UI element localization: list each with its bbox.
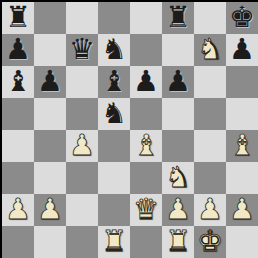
square-b2[interactable]: ♟: [34, 194, 66, 226]
black-pawn-piece-b6: ♟: [37, 66, 63, 97]
square-c7[interactable]: ♛: [66, 34, 98, 66]
square-a7[interactable]: ♟: [2, 34, 34, 66]
square-b5[interactable]: [34, 98, 66, 130]
white-knight-piece-f3: ♞: [165, 162, 191, 193]
square-a8[interactable]: ♜: [2, 2, 34, 34]
black-bishop-piece-a6: ♝: [5, 66, 31, 97]
square-g2[interactable]: ♟: [194, 194, 226, 226]
black-pawn-piece-a7: ♟: [5, 34, 31, 65]
square-h3[interactable]: [226, 162, 258, 194]
white-rook-piece-d1: ♜: [101, 226, 127, 257]
square-d1[interactable]: ♜: [98, 226, 130, 258]
white-bishop-piece-h4: ♝: [229, 130, 255, 161]
square-c1[interactable]: [66, 226, 98, 258]
square-a1[interactable]: [2, 226, 34, 258]
square-e3[interactable]: [130, 162, 162, 194]
square-g1[interactable]: ♚: [194, 226, 226, 258]
square-c4[interactable]: ♟: [66, 130, 98, 162]
square-a3[interactable]: [2, 162, 34, 194]
square-e4[interactable]: ♝: [130, 130, 162, 162]
square-c8[interactable]: [66, 2, 98, 34]
square-e2[interactable]: ♛: [130, 194, 162, 226]
white-pawn-piece-h2: ♟: [229, 194, 255, 225]
black-knight-piece-d7: ♞: [101, 34, 127, 65]
square-f8[interactable]: ♜: [162, 2, 194, 34]
square-h2[interactable]: ♟: [226, 194, 258, 226]
square-e6[interactable]: ♟: [130, 66, 162, 98]
square-g5[interactable]: [194, 98, 226, 130]
square-h5[interactable]: [226, 98, 258, 130]
black-rook-piece-a8: ♜: [5, 2, 31, 33]
chess-board: ♜♜♚♟♛♞♞♟♝♟♝♟♟♞♟♝♝♞♟♟♛♟♟♟♜♜♚: [0, 0, 258, 258]
square-e8[interactable]: [130, 2, 162, 34]
square-c6[interactable]: [66, 66, 98, 98]
white-pawn-piece-c4: ♟: [69, 130, 95, 161]
square-d4[interactable]: [98, 130, 130, 162]
black-queen-piece-c7: ♛: [69, 34, 95, 65]
square-f1[interactable]: ♜: [162, 226, 194, 258]
square-d8[interactable]: [98, 2, 130, 34]
square-f4[interactable]: [162, 130, 194, 162]
square-b8[interactable]: [34, 2, 66, 34]
white-bishop-piece-e4: ♝: [133, 130, 159, 161]
black-pawn-piece-e6: ♟: [133, 66, 159, 97]
square-f7[interactable]: [162, 34, 194, 66]
square-h7[interactable]: ♟: [226, 34, 258, 66]
square-d3[interactable]: [98, 162, 130, 194]
square-d2[interactable]: [98, 194, 130, 226]
square-g6[interactable]: [194, 66, 226, 98]
square-b4[interactable]: [34, 130, 66, 162]
square-h1[interactable]: [226, 226, 258, 258]
square-b3[interactable]: [34, 162, 66, 194]
chess-app-window: ♜♜♚♟♛♞♞♟♝♟♝♟♟♞♟♝♝♞♟♟♛♟♟♟♜♜♚: [0, 0, 258, 258]
square-c3[interactable]: [66, 162, 98, 194]
square-b1[interactable]: [34, 226, 66, 258]
square-f3[interactable]: ♞: [162, 162, 194, 194]
square-c5[interactable]: [66, 98, 98, 130]
square-g4[interactable]: [194, 130, 226, 162]
square-h8[interactable]: ♚: [226, 2, 258, 34]
square-g3[interactable]: [194, 162, 226, 194]
black-pawn-piece-f6: ♟: [165, 66, 191, 97]
square-f2[interactable]: ♟: [162, 194, 194, 226]
square-b6[interactable]: ♟: [34, 66, 66, 98]
square-f5[interactable]: [162, 98, 194, 130]
square-d6[interactable]: ♝: [98, 66, 130, 98]
black-pawn-piece-h7: ♟: [229, 34, 255, 65]
square-a6[interactable]: ♝: [2, 66, 34, 98]
black-knight-piece-d5: ♞: [101, 98, 127, 129]
white-pawn-piece-a2: ♟: [5, 194, 31, 225]
square-h6[interactable]: [226, 66, 258, 98]
white-pawn-piece-g2: ♟: [197, 194, 223, 225]
white-pawn-piece-f2: ♟: [165, 194, 191, 225]
white-rook-piece-f1: ♜: [165, 226, 191, 257]
square-c2[interactable]: [66, 194, 98, 226]
square-e1[interactable]: [130, 226, 162, 258]
square-g7[interactable]: ♞: [194, 34, 226, 66]
square-e5[interactable]: [130, 98, 162, 130]
square-a5[interactable]: [2, 98, 34, 130]
square-d5[interactable]: ♞: [98, 98, 130, 130]
black-king-piece-h8: ♚: [229, 2, 255, 33]
square-g8[interactable]: [194, 2, 226, 34]
white-knight-piece-g7: ♞: [197, 34, 223, 65]
square-a2[interactable]: ♟: [2, 194, 34, 226]
square-f6[interactable]: ♟: [162, 66, 194, 98]
black-bishop-piece-d6: ♝: [101, 66, 127, 97]
square-a4[interactable]: [2, 130, 34, 162]
square-e7[interactable]: [130, 34, 162, 66]
square-h4[interactable]: ♝: [226, 130, 258, 162]
square-d7[interactable]: ♞: [98, 34, 130, 66]
white-pawn-piece-b2: ♟: [37, 194, 63, 225]
square-b7[interactable]: [34, 34, 66, 66]
black-rook-piece-f8: ♜: [165, 2, 191, 33]
white-queen-piece-e2: ♛: [133, 194, 159, 225]
white-king-piece-g1: ♚: [197, 226, 223, 257]
